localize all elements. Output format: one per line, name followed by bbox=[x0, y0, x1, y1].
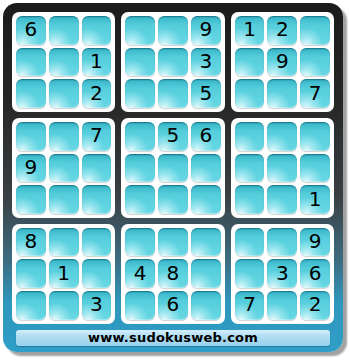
cell-r4c7[interactable] bbox=[235, 122, 265, 151]
cell-digit: 2 bbox=[90, 83, 103, 103]
cell-digit: 1 bbox=[90, 51, 103, 71]
cell-r4c8[interactable] bbox=[267, 122, 297, 151]
cell-r5c1[interactable]: 9 bbox=[16, 154, 46, 183]
cell-r7c9[interactable]: 9 bbox=[300, 228, 330, 257]
cell-r1c8[interactable]: 2 bbox=[267, 16, 297, 45]
cell-r1c7[interactable]: 1 bbox=[235, 16, 265, 45]
cell-r3c7[interactable] bbox=[235, 79, 265, 108]
cell-r5c3[interactable] bbox=[82, 154, 112, 183]
page: 61293512977956181348693672 www.sudokuswe… bbox=[0, 0, 350, 360]
block-1-3: 1297 bbox=[231, 12, 334, 112]
cell-r4c2[interactable] bbox=[49, 122, 79, 151]
cell-r1c9[interactable] bbox=[300, 16, 330, 45]
cell-r9c7[interactable]: 7 bbox=[235, 291, 265, 320]
cell-r1c2[interactable] bbox=[49, 16, 79, 45]
cell-r9c2[interactable] bbox=[49, 291, 79, 320]
cell-r9c3[interactable]: 3 bbox=[82, 291, 112, 320]
footer-area: www.sudokusweb.com bbox=[12, 324, 334, 352]
block-2-2: 56 bbox=[121, 118, 224, 218]
block-1-1: 612 bbox=[12, 12, 115, 112]
cell-r8c4[interactable]: 4 bbox=[125, 259, 155, 288]
cell-digit: 3 bbox=[276, 263, 289, 283]
cell-digit: 4 bbox=[134, 263, 147, 283]
cell-r3c4[interactable] bbox=[125, 79, 155, 108]
cell-r7c5[interactable] bbox=[158, 228, 188, 257]
cell-digit: 7 bbox=[90, 125, 103, 145]
cell-r8c7[interactable] bbox=[235, 259, 265, 288]
cell-digit: 9 bbox=[276, 51, 289, 71]
cell-r4c6[interactable]: 6 bbox=[191, 122, 221, 151]
cell-digit: 2 bbox=[309, 294, 322, 314]
cell-r2c9[interactable] bbox=[300, 48, 330, 77]
cell-r5c4[interactable] bbox=[125, 154, 155, 183]
cell-r9c8[interactable] bbox=[267, 291, 297, 320]
cell-r1c5[interactable] bbox=[158, 16, 188, 45]
cell-digit: 1 bbox=[57, 263, 70, 283]
cell-r5c8[interactable] bbox=[267, 154, 297, 183]
cell-r4c5[interactable]: 5 bbox=[158, 122, 188, 151]
cell-r8c2[interactable]: 1 bbox=[49, 259, 79, 288]
blocks-grid: 61293512977956181348693672 bbox=[12, 12, 334, 324]
cell-r7c2[interactable] bbox=[49, 228, 79, 257]
cell-r1c6[interactable]: 9 bbox=[191, 16, 221, 45]
cell-digit: 9 bbox=[25, 157, 38, 177]
cell-r3c8[interactable] bbox=[267, 79, 297, 108]
cell-r4c4[interactable] bbox=[125, 122, 155, 151]
cell-r7c6[interactable] bbox=[191, 228, 221, 257]
cell-digit: 8 bbox=[25, 231, 38, 251]
cell-r2c2[interactable] bbox=[49, 48, 79, 77]
sudoku-board: 61293512977956181348693672 www.sudokuswe… bbox=[3, 3, 343, 352]
cell-r2c5[interactable] bbox=[158, 48, 188, 77]
cell-r9c4[interactable] bbox=[125, 291, 155, 320]
cell-r4c3[interactable]: 7 bbox=[82, 122, 112, 151]
cell-digit: 6 bbox=[167, 294, 180, 314]
cell-r6c2[interactable] bbox=[49, 185, 79, 214]
cell-r2c3[interactable]: 1 bbox=[82, 48, 112, 77]
cell-r6c1[interactable] bbox=[16, 185, 46, 214]
cell-r6c8[interactable] bbox=[267, 185, 297, 214]
cell-digit: 6 bbox=[309, 263, 322, 283]
cell-r9c1[interactable] bbox=[16, 291, 46, 320]
cell-digit: 3 bbox=[199, 51, 212, 71]
cell-digit: 7 bbox=[309, 83, 322, 103]
block-3-2: 486 bbox=[121, 224, 224, 324]
cell-r3c3[interactable]: 2 bbox=[82, 79, 112, 108]
cell-digit: 5 bbox=[199, 83, 212, 103]
cell-r8c8[interactable]: 3 bbox=[267, 259, 297, 288]
cell-r4c9[interactable] bbox=[300, 122, 330, 151]
cell-digit: 8 bbox=[167, 263, 180, 283]
cell-digit: 1 bbox=[309, 189, 322, 209]
cell-r6c3[interactable] bbox=[82, 185, 112, 214]
cell-r3c1[interactable] bbox=[16, 79, 46, 108]
cell-digit: 9 bbox=[199, 19, 212, 39]
cell-r8c1[interactable] bbox=[16, 259, 46, 288]
cell-digit: 1 bbox=[243, 19, 256, 39]
cell-digit: 6 bbox=[199, 125, 212, 145]
cell-r8c3[interactable] bbox=[82, 259, 112, 288]
cell-r6c9[interactable]: 1 bbox=[300, 185, 330, 214]
cell-r7c4[interactable] bbox=[125, 228, 155, 257]
cell-r3c9[interactable]: 7 bbox=[300, 79, 330, 108]
block-2-3: 1 bbox=[231, 118, 334, 218]
cell-r5c6[interactable] bbox=[191, 154, 221, 183]
cell-r8c5[interactable]: 8 bbox=[158, 259, 188, 288]
cell-digit: 2 bbox=[276, 19, 289, 39]
block-1-2: 935 bbox=[121, 12, 224, 112]
block-2-1: 79 bbox=[12, 118, 115, 218]
block-3-1: 813 bbox=[12, 224, 115, 324]
cell-r7c1[interactable]: 8 bbox=[16, 228, 46, 257]
cell-digit: 6 bbox=[25, 19, 38, 39]
cell-digit: 9 bbox=[309, 231, 322, 251]
cell-r9c9[interactable]: 2 bbox=[300, 291, 330, 320]
cell-r1c4[interactable] bbox=[125, 16, 155, 45]
cell-r8c6[interactable] bbox=[191, 259, 221, 288]
cell-r6c6[interactable] bbox=[191, 185, 221, 214]
cell-r5c7[interactable] bbox=[235, 154, 265, 183]
cell-r7c7[interactable] bbox=[235, 228, 265, 257]
cell-r3c6[interactable]: 5 bbox=[191, 79, 221, 108]
cell-r5c9[interactable] bbox=[300, 154, 330, 183]
cell-r2c7[interactable] bbox=[235, 48, 265, 77]
cell-r5c5[interactable] bbox=[158, 154, 188, 183]
site-url: www.sudokusweb.com bbox=[88, 330, 258, 345]
cell-r5c2[interactable] bbox=[49, 154, 79, 183]
cell-r6c4[interactable] bbox=[125, 185, 155, 214]
cell-r2c6[interactable]: 3 bbox=[191, 48, 221, 77]
cell-r7c3[interactable] bbox=[82, 228, 112, 257]
cell-r2c4[interactable] bbox=[125, 48, 155, 77]
cell-r6c7[interactable] bbox=[235, 185, 265, 214]
cell-r1c3[interactable] bbox=[82, 16, 112, 45]
block-3-3: 93672 bbox=[231, 224, 334, 324]
cell-r2c8[interactable]: 9 bbox=[267, 48, 297, 77]
footer-strip: www.sudokusweb.com bbox=[16, 330, 330, 346]
cell-digit: 3 bbox=[90, 294, 103, 314]
cell-r9c5[interactable]: 6 bbox=[158, 291, 188, 320]
cell-r1c1[interactable]: 6 bbox=[16, 16, 46, 45]
cell-r8c9[interactable]: 6 bbox=[300, 259, 330, 288]
cell-r7c8[interactable] bbox=[267, 228, 297, 257]
cell-r3c5[interactable] bbox=[158, 79, 188, 108]
cell-digit: 5 bbox=[167, 125, 180, 145]
cell-r3c2[interactable] bbox=[49, 79, 79, 108]
cell-digit: 7 bbox=[243, 294, 256, 314]
cell-r6c5[interactable] bbox=[158, 185, 188, 214]
cell-r9c6[interactable] bbox=[191, 291, 221, 320]
cell-r4c1[interactable] bbox=[16, 122, 46, 151]
cell-r2c1[interactable] bbox=[16, 48, 46, 77]
